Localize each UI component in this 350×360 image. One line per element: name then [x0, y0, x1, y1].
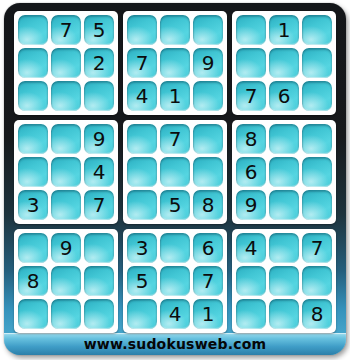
sudoku-cell-r4c2[interactable] — [51, 124, 81, 154]
sudoku-cell-r3c8[interactable]: 6 — [269, 81, 299, 111]
sudoku-board: 7527941176943775886998365741478 www.sudo… — [4, 3, 346, 355]
sudoku-cell-r6c5[interactable]: 5 — [160, 190, 190, 220]
sudoku-cell-r1c3[interactable]: 5 — [84, 15, 114, 45]
sudoku-cell-r3c3[interactable] — [84, 81, 114, 111]
sudoku-cell-r6c2[interactable] — [51, 190, 81, 220]
website-url: www.sudokusweb.com — [84, 336, 267, 352]
sudoku-cell-r4c8[interactable] — [269, 124, 299, 154]
sudoku-cell-r2c9[interactable] — [302, 48, 332, 78]
sudoku-cell-r1c6[interactable] — [193, 15, 223, 45]
sudoku-cell-r1c5[interactable] — [160, 15, 190, 45]
sudoku-cell-r8c4[interactable]: 5 — [127, 266, 157, 296]
sudoku-cell-r8c8[interactable] — [269, 266, 299, 296]
sudoku-box-7: 98 — [14, 229, 118, 333]
sudoku-cell-r2c2[interactable] — [51, 48, 81, 78]
sudoku-cell-r8c3[interactable] — [84, 266, 114, 296]
sudoku-cell-r6c4[interactable] — [127, 190, 157, 220]
sudoku-cell-r1c8[interactable]: 1 — [269, 15, 299, 45]
sudoku-cell-r3c1[interactable] — [18, 81, 48, 111]
sudoku-cell-r3c5[interactable]: 1 — [160, 81, 190, 111]
sudoku-cell-r7c9[interactable]: 7 — [302, 233, 332, 263]
sudoku-cell-r4c7[interactable]: 8 — [236, 124, 266, 154]
sudoku-cell-r8c6[interactable]: 7 — [193, 266, 223, 296]
sudoku-cell-r5c4[interactable] — [127, 157, 157, 187]
sudoku-cell-r6c8[interactable] — [269, 190, 299, 220]
sudoku-cell-r2c6[interactable]: 9 — [193, 48, 223, 78]
sudoku-cell-r5c3[interactable]: 4 — [84, 157, 114, 187]
sudoku-cell-r7c5[interactable] — [160, 233, 190, 263]
sudoku-cell-r9c6[interactable]: 1 — [193, 299, 223, 329]
sudoku-cell-r3c2[interactable] — [51, 81, 81, 111]
sudoku-cell-r7c6[interactable]: 6 — [193, 233, 223, 263]
sudoku-box-3: 176 — [232, 11, 336, 115]
sudoku-cell-r9c2[interactable] — [51, 299, 81, 329]
sudoku-cell-r3c4[interactable]: 4 — [127, 81, 157, 111]
sudoku-cell-r7c2[interactable]: 9 — [51, 233, 81, 263]
sudoku-cell-r4c3[interactable]: 9 — [84, 124, 114, 154]
sudoku-cell-r8c7[interactable] — [236, 266, 266, 296]
sudoku-box-4: 9437 — [14, 120, 118, 224]
sudoku-cell-r9c3[interactable] — [84, 299, 114, 329]
sudoku-cell-r3c6[interactable] — [193, 81, 223, 111]
sudoku-cell-r4c1[interactable] — [18, 124, 48, 154]
sudoku-cell-r2c3[interactable]: 2 — [84, 48, 114, 78]
sudoku-cell-r2c7[interactable] — [236, 48, 266, 78]
sudoku-cell-r9c9[interactable]: 8 — [302, 299, 332, 329]
sudoku-cell-r4c5[interactable]: 7 — [160, 124, 190, 154]
sudoku-cell-r5c5[interactable] — [160, 157, 190, 187]
sudoku-box-1: 752 — [14, 11, 118, 115]
footer-bar: www.sudokusweb.com — [4, 333, 346, 355]
sudoku-cell-r6c7[interactable]: 9 — [236, 190, 266, 220]
sudoku-cell-r5c6[interactable] — [193, 157, 223, 187]
sudoku-cell-r7c7[interactable]: 4 — [236, 233, 266, 263]
sudoku-box-6: 869 — [232, 120, 336, 224]
sudoku-cell-r7c8[interactable] — [269, 233, 299, 263]
sudoku-cell-r5c8[interactable] — [269, 157, 299, 187]
sudoku-cell-r9c8[interactable] — [269, 299, 299, 329]
sudoku-cell-r9c1[interactable] — [18, 299, 48, 329]
sudoku-cell-r3c9[interactable] — [302, 81, 332, 111]
sudoku-page: 7527941176943775886998365741478 www.sudo… — [0, 0, 350, 360]
sudoku-cell-r6c6[interactable]: 8 — [193, 190, 223, 220]
sudoku-cell-r4c4[interactable] — [127, 124, 157, 154]
sudoku-box-5: 758 — [123, 120, 227, 224]
sudoku-cell-r7c3[interactable] — [84, 233, 114, 263]
sudoku-cell-r6c1[interactable]: 3 — [18, 190, 48, 220]
sudoku-cell-r8c9[interactable] — [302, 266, 332, 296]
sudoku-cell-r9c5[interactable]: 4 — [160, 299, 190, 329]
sudoku-cell-r1c7[interactable] — [236, 15, 266, 45]
sudoku-cell-r5c9[interactable] — [302, 157, 332, 187]
sudoku-cell-r4c6[interactable] — [193, 124, 223, 154]
sudoku-box-9: 478 — [232, 229, 336, 333]
sudoku-box-2: 7941 — [123, 11, 227, 115]
sudoku-cell-r2c5[interactable] — [160, 48, 190, 78]
sudoku-box-8: 365741 — [123, 229, 227, 333]
sudoku-cell-r2c1[interactable] — [18, 48, 48, 78]
sudoku-cell-r2c8[interactable] — [269, 48, 299, 78]
sudoku-cell-r1c4[interactable] — [127, 15, 157, 45]
sudoku-cell-r1c9[interactable] — [302, 15, 332, 45]
sudoku-cell-r8c1[interactable]: 8 — [18, 266, 48, 296]
sudoku-cell-r7c4[interactable]: 3 — [127, 233, 157, 263]
sudoku-cell-r6c9[interactable] — [302, 190, 332, 220]
sudoku-cell-r6c3[interactable]: 7 — [84, 190, 114, 220]
sudoku-cell-r1c1[interactable] — [18, 15, 48, 45]
sudoku-cell-r9c4[interactable] — [127, 299, 157, 329]
sudoku-grid: 7527941176943775886998365741478 — [14, 11, 336, 333]
sudoku-cell-r8c5[interactable] — [160, 266, 190, 296]
sudoku-cell-r5c2[interactable] — [51, 157, 81, 187]
sudoku-cell-r2c4[interactable]: 7 — [127, 48, 157, 78]
sudoku-cell-r3c7[interactable]: 7 — [236, 81, 266, 111]
sudoku-cell-r5c7[interactable]: 6 — [236, 157, 266, 187]
sudoku-cell-r7c1[interactable] — [18, 233, 48, 263]
sudoku-cell-r9c7[interactable] — [236, 299, 266, 329]
sudoku-cell-r8c2[interactable] — [51, 266, 81, 296]
sudoku-cell-r5c1[interactable] — [18, 157, 48, 187]
sudoku-cell-r1c2[interactable]: 7 — [51, 15, 81, 45]
sudoku-cell-r4c9[interactable] — [302, 124, 332, 154]
